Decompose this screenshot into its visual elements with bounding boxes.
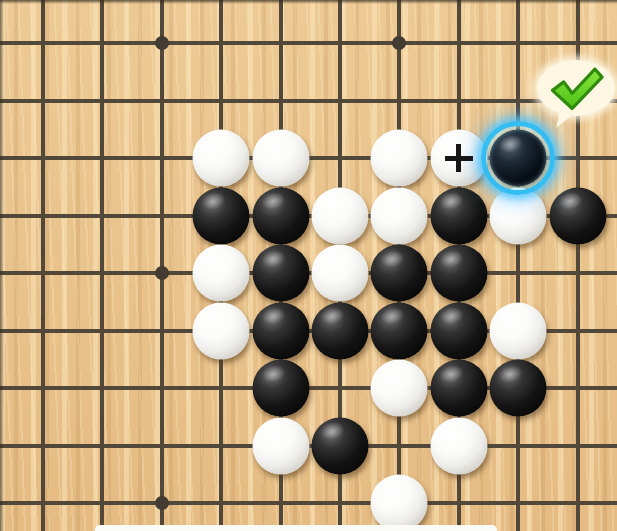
black-stone <box>312 417 369 474</box>
screenshot-stage <box>0 0 617 531</box>
black-stone <box>490 130 547 187</box>
black-stone <box>371 245 428 302</box>
grid-line-horizontal <box>0 99 617 103</box>
white-stone <box>371 360 428 417</box>
feedback-bubble <box>537 60 615 116</box>
white-stone <box>490 302 547 359</box>
white-stone <box>193 245 250 302</box>
white-stone <box>371 475 428 531</box>
checkmark-icon <box>546 61 607 115</box>
black-stone <box>252 302 309 359</box>
black-stone <box>490 360 547 417</box>
bottom-ui-panel-edge <box>95 525 497 531</box>
grid-line-vertical <box>516 0 520 531</box>
black-stone <box>193 187 250 244</box>
grid-line-horizontal <box>0 501 617 505</box>
white-stone <box>252 417 309 474</box>
go-board[interactable] <box>0 0 617 531</box>
white-stone <box>371 187 428 244</box>
black-stone <box>252 187 309 244</box>
white-stone <box>490 187 547 244</box>
star-point <box>155 266 169 280</box>
black-stone <box>430 187 487 244</box>
white-stone <box>193 130 250 187</box>
top-crop-shadow <box>0 0 617 4</box>
grid-line-horizontal <box>0 41 617 45</box>
black-stone <box>252 245 309 302</box>
star-point <box>392 36 406 50</box>
white-stone <box>193 302 250 359</box>
white-stone <box>371 130 428 187</box>
black-stone <box>430 302 487 359</box>
grid-line-vertical <box>100 0 104 531</box>
star-point <box>155 36 169 50</box>
star-point <box>155 496 169 510</box>
grid-line-vertical <box>41 0 45 531</box>
black-stone <box>312 302 369 359</box>
left-crop-shadow <box>0 0 4 531</box>
black-stone <box>371 302 428 359</box>
white-stone <box>312 245 369 302</box>
black-stone <box>549 187 606 244</box>
plus-marker-icon <box>445 144 473 172</box>
black-stone <box>252 360 309 417</box>
black-stone <box>430 360 487 417</box>
white-stone <box>430 417 487 474</box>
white-stone <box>312 187 369 244</box>
white-stone <box>252 130 309 187</box>
black-stone <box>430 245 487 302</box>
